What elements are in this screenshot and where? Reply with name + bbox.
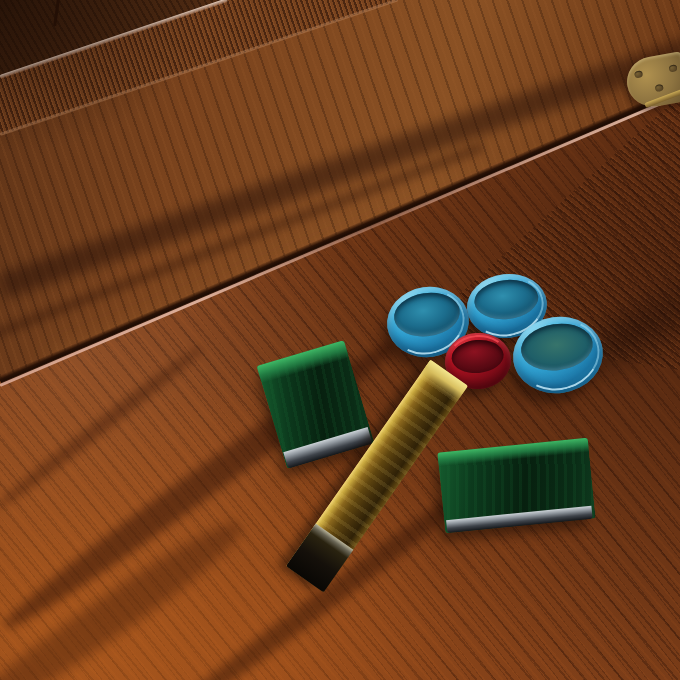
green-glass-block-right: [437, 438, 595, 534]
hinge-screw: [669, 64, 678, 72]
hinge-screw: [634, 70, 643, 78]
photo-canvas: [0, 0, 680, 680]
hinge-screw: [655, 84, 664, 92]
